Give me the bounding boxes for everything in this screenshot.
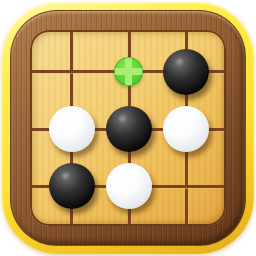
white-stone[interactable]: ○ <box>106 163 152 209</box>
intersection[interactable]: ● <box>100 100 157 157</box>
black-stone[interactable]: ● <box>49 163 95 209</box>
intersection[interactable] <box>158 158 215 215</box>
black-stone[interactable]: ● <box>106 106 152 152</box>
intersection-grid: ✚●○●○●○ <box>43 43 215 215</box>
intersection[interactable]: ○ <box>43 100 100 157</box>
stone-glyph: ○ <box>112 166 147 206</box>
wooden-frame: ✚●○●○●○ <box>10 10 246 246</box>
stone-glyph: ● <box>54 166 89 206</box>
go-board: ✚●○●○●○ <box>30 30 226 226</box>
gomoku-app-icon[interactable]: ✚●○●○●○ <box>0 0 256 256</box>
stone-glyph: ● <box>169 52 204 92</box>
black-stone[interactable]: ● <box>163 49 209 95</box>
stone-glyph: ○ <box>169 109 204 149</box>
white-stone[interactable]: ○ <box>163 106 209 152</box>
intersection[interactable] <box>43 43 100 100</box>
intersection[interactable]: ● <box>43 158 100 215</box>
move-hint-marker-icon: ✚ <box>114 57 143 86</box>
stone-glyph: ● <box>112 109 147 149</box>
intersection[interactable]: ● <box>158 43 215 100</box>
white-stone[interactable]: ○ <box>49 106 95 152</box>
gold-border: ✚●○●○●○ <box>2 2 254 254</box>
intersection[interactable]: ○ <box>158 100 215 157</box>
marker-glyph: ✚ <box>121 62 138 82</box>
stone-glyph: ○ <box>54 109 89 149</box>
intersection[interactable]: ✚ <box>100 43 157 100</box>
intersection[interactable]: ○ <box>100 158 157 215</box>
